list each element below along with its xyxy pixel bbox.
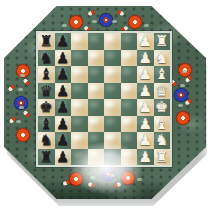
square-r1c5[interactable] [104, 33, 121, 50]
square-r4c3[interactable] [71, 83, 88, 100]
red-flower-icon [69, 172, 83, 186]
flower-bud-icon [8, 84, 16, 92]
square-r4c6[interactable] [121, 83, 138, 100]
black-pawn[interactable]: ♟ [56, 132, 69, 148]
black-pawn[interactable]: ♟ [56, 50, 69, 66]
flower-bud-icon [88, 182, 96, 188]
square-r4c1[interactable]: ♛ [38, 83, 55, 100]
square-r3c2[interactable]: ♟ [55, 66, 72, 83]
square-r3c8[interactable]: ♝ [154, 66, 171, 83]
square-r3c4[interactable] [88, 66, 105, 83]
black-pawn[interactable]: ♟ [56, 83, 69, 99]
square-r8c1[interactable]: ♜ [38, 149, 55, 166]
leaf-icon [112, 20, 117, 23]
square-r1c7[interactable]: ♟ [137, 33, 154, 50]
square-r8c7[interactable]: ♟ [137, 149, 154, 166]
white-pawn[interactable]: ♟ [139, 149, 152, 165]
square-r2c2[interactable]: ♟ [55, 50, 72, 67]
black-bishop[interactable]: ♝ [40, 116, 53, 132]
black-rook[interactable]: ♜ [40, 33, 53, 49]
square-r6c6[interactable] [121, 116, 138, 133]
square-r1c8[interactable]: ♜ [154, 33, 171, 50]
square-r7c7[interactable]: ♟ [137, 132, 154, 149]
square-r5c8[interactable]: ♚ [154, 99, 171, 116]
square-r7c2[interactable]: ♟ [55, 132, 72, 149]
square-r7c4[interactable] [88, 132, 105, 149]
square-r7c5[interactable] [104, 132, 121, 149]
flower-bud-icon [63, 180, 71, 186]
white-bishop[interactable]: ♝ [155, 66, 168, 82]
red-flower-icon [128, 15, 142, 29]
flower-bud-icon [114, 182, 122, 188]
white-king[interactable]: ♚ [155, 99, 168, 115]
square-r1c4[interactable] [88, 33, 105, 50]
white-pawn[interactable]: ♟ [139, 132, 152, 148]
leaf-icon [144, 24, 149, 27]
square-r5c5[interactable] [104, 99, 121, 116]
square-r4c8[interactable]: ♛ [154, 83, 171, 100]
square-r8c5[interactable] [104, 149, 121, 166]
black-pawn[interactable]: ♟ [56, 149, 69, 165]
square-r6c8[interactable]: ♝ [154, 116, 171, 133]
black-knight[interactable]: ♞ [40, 50, 53, 66]
square-r3c6[interactable] [121, 66, 138, 83]
red-flower-icon [16, 128, 30, 142]
leaf-icon [92, 20, 97, 23]
leaf-icon [20, 74, 25, 77]
flower-bud-icon [88, 10, 96, 16]
square-r6c3[interactable] [71, 116, 88, 133]
square-r4c5[interactable] [104, 83, 121, 100]
photo-of-chess-table: ♜♟♟♜♞♟♟♞♝♟♟♝♛♟♟♛♚♟♟♚♝♟♟♝♞♟♟♞♜♟♟♜ [0, 0, 210, 210]
square-r8c8[interactable]: ♜ [154, 149, 171, 166]
square-r2c5[interactable] [104, 50, 121, 67]
red-flower-icon [176, 111, 190, 125]
leaf-icon [178, 104, 183, 107]
leaf-icon [18, 88, 23, 91]
leaf-icon [62, 24, 67, 27]
white-bishop[interactable]: ♝ [155, 116, 168, 132]
black-queen[interactable]: ♛ [40, 83, 53, 99]
flower-bud-icon [23, 110, 31, 118]
square-r6c1[interactable]: ♝ [38, 116, 55, 133]
square-r6c7[interactable]: ♟ [137, 116, 154, 133]
square-r8c3[interactable] [71, 149, 88, 166]
square-r5c6[interactable] [121, 99, 138, 116]
leaf-icon [137, 178, 142, 181]
white-rook[interactable]: ♜ [155, 33, 168, 49]
white-pawn[interactable]: ♟ [139, 33, 152, 49]
square-r7c3[interactable] [71, 132, 88, 149]
chess-board[interactable]: ♜♟♟♜♞♟♟♞♝♟♟♝♛♟♟♛♚♟♟♚♝♟♟♝♞♟♟♞♜♟♟♜ [36, 31, 172, 167]
leaf-icon [182, 70, 187, 73]
square-r2c7[interactable]: ♟ [137, 50, 154, 67]
white-pawn[interactable]: ♟ [139, 116, 152, 132]
square-r3c3[interactable] [71, 66, 88, 83]
square-r8c2[interactable]: ♟ [55, 149, 72, 166]
square-r1c6[interactable] [121, 33, 138, 50]
red-flower-icon [69, 15, 83, 29]
square-r3c7[interactable]: ♟ [137, 66, 154, 83]
square-r1c3[interactable] [71, 33, 88, 50]
square-r2c1[interactable]: ♞ [38, 50, 55, 67]
leaf-icon [110, 174, 115, 177]
square-r2c6[interactable] [121, 50, 138, 67]
black-pawn[interactable]: ♟ [56, 33, 69, 49]
leaf-icon [90, 176, 95, 179]
black-rook[interactable]: ♜ [40, 149, 53, 165]
leaf-icon [180, 84, 185, 87]
white-pawn[interactable]: ♟ [139, 66, 152, 82]
square-r2c8[interactable]: ♞ [154, 50, 171, 67]
square-r2c4[interactable] [88, 50, 105, 67]
black-king[interactable]: ♚ [40, 99, 53, 115]
black-pawn[interactable]: ♟ [56, 66, 69, 82]
square-r6c2[interactable]: ♟ [55, 116, 72, 133]
flower-bud-icon [117, 10, 125, 16]
square-r6c4[interactable] [88, 116, 105, 133]
square-r4c4[interactable] [88, 83, 105, 100]
square-r5c1[interactable]: ♚ [38, 99, 55, 116]
blue-flower-icon [99, 13, 113, 27]
red-flower-icon [121, 171, 135, 185]
square-r4c7[interactable]: ♟ [137, 83, 154, 100]
square-r7c1[interactable]: ♞ [38, 132, 55, 149]
black-bishop[interactable]: ♝ [40, 66, 53, 82]
black-knight[interactable]: ♞ [40, 132, 53, 148]
black-pawn[interactable]: ♟ [56, 116, 69, 132]
square-r7c6[interactable] [121, 132, 138, 149]
leaf-icon [16, 120, 21, 123]
white-queen[interactable]: ♛ [155, 83, 168, 99]
square-r5c3[interactable] [71, 99, 88, 116]
leaf-icon [19, 106, 24, 109]
square-r3c1[interactable]: ♝ [38, 66, 55, 83]
white-pawn[interactable]: ♟ [139, 50, 152, 66]
square-r4c2[interactable]: ♟ [55, 83, 72, 100]
square-r7c8[interactable]: ♞ [154, 132, 171, 149]
square-r6c5[interactable] [104, 116, 121, 133]
square-r5c7[interactable]: ♟ [137, 99, 154, 116]
flower-bud-icon [23, 78, 31, 86]
white-pawn[interactable]: ♟ [139, 83, 152, 99]
white-knight[interactable]: ♞ [155, 132, 168, 148]
black-pawn[interactable]: ♟ [56, 99, 69, 115]
white-pawn[interactable]: ♟ [139, 99, 152, 115]
square-r1c2[interactable]: ♟ [55, 33, 72, 50]
square-r3c5[interactable] [104, 66, 121, 83]
square-r5c4[interactable] [88, 99, 105, 116]
square-r1c1[interactable]: ♜ [38, 33, 55, 50]
square-r8c4[interactable] [88, 149, 105, 166]
white-knight[interactable]: ♞ [155, 50, 168, 66]
square-r8c6[interactable] [121, 149, 138, 166]
square-r5c2[interactable]: ♟ [55, 99, 72, 116]
white-rook[interactable]: ♜ [155, 149, 168, 165]
square-r2c3[interactable] [71, 50, 88, 67]
